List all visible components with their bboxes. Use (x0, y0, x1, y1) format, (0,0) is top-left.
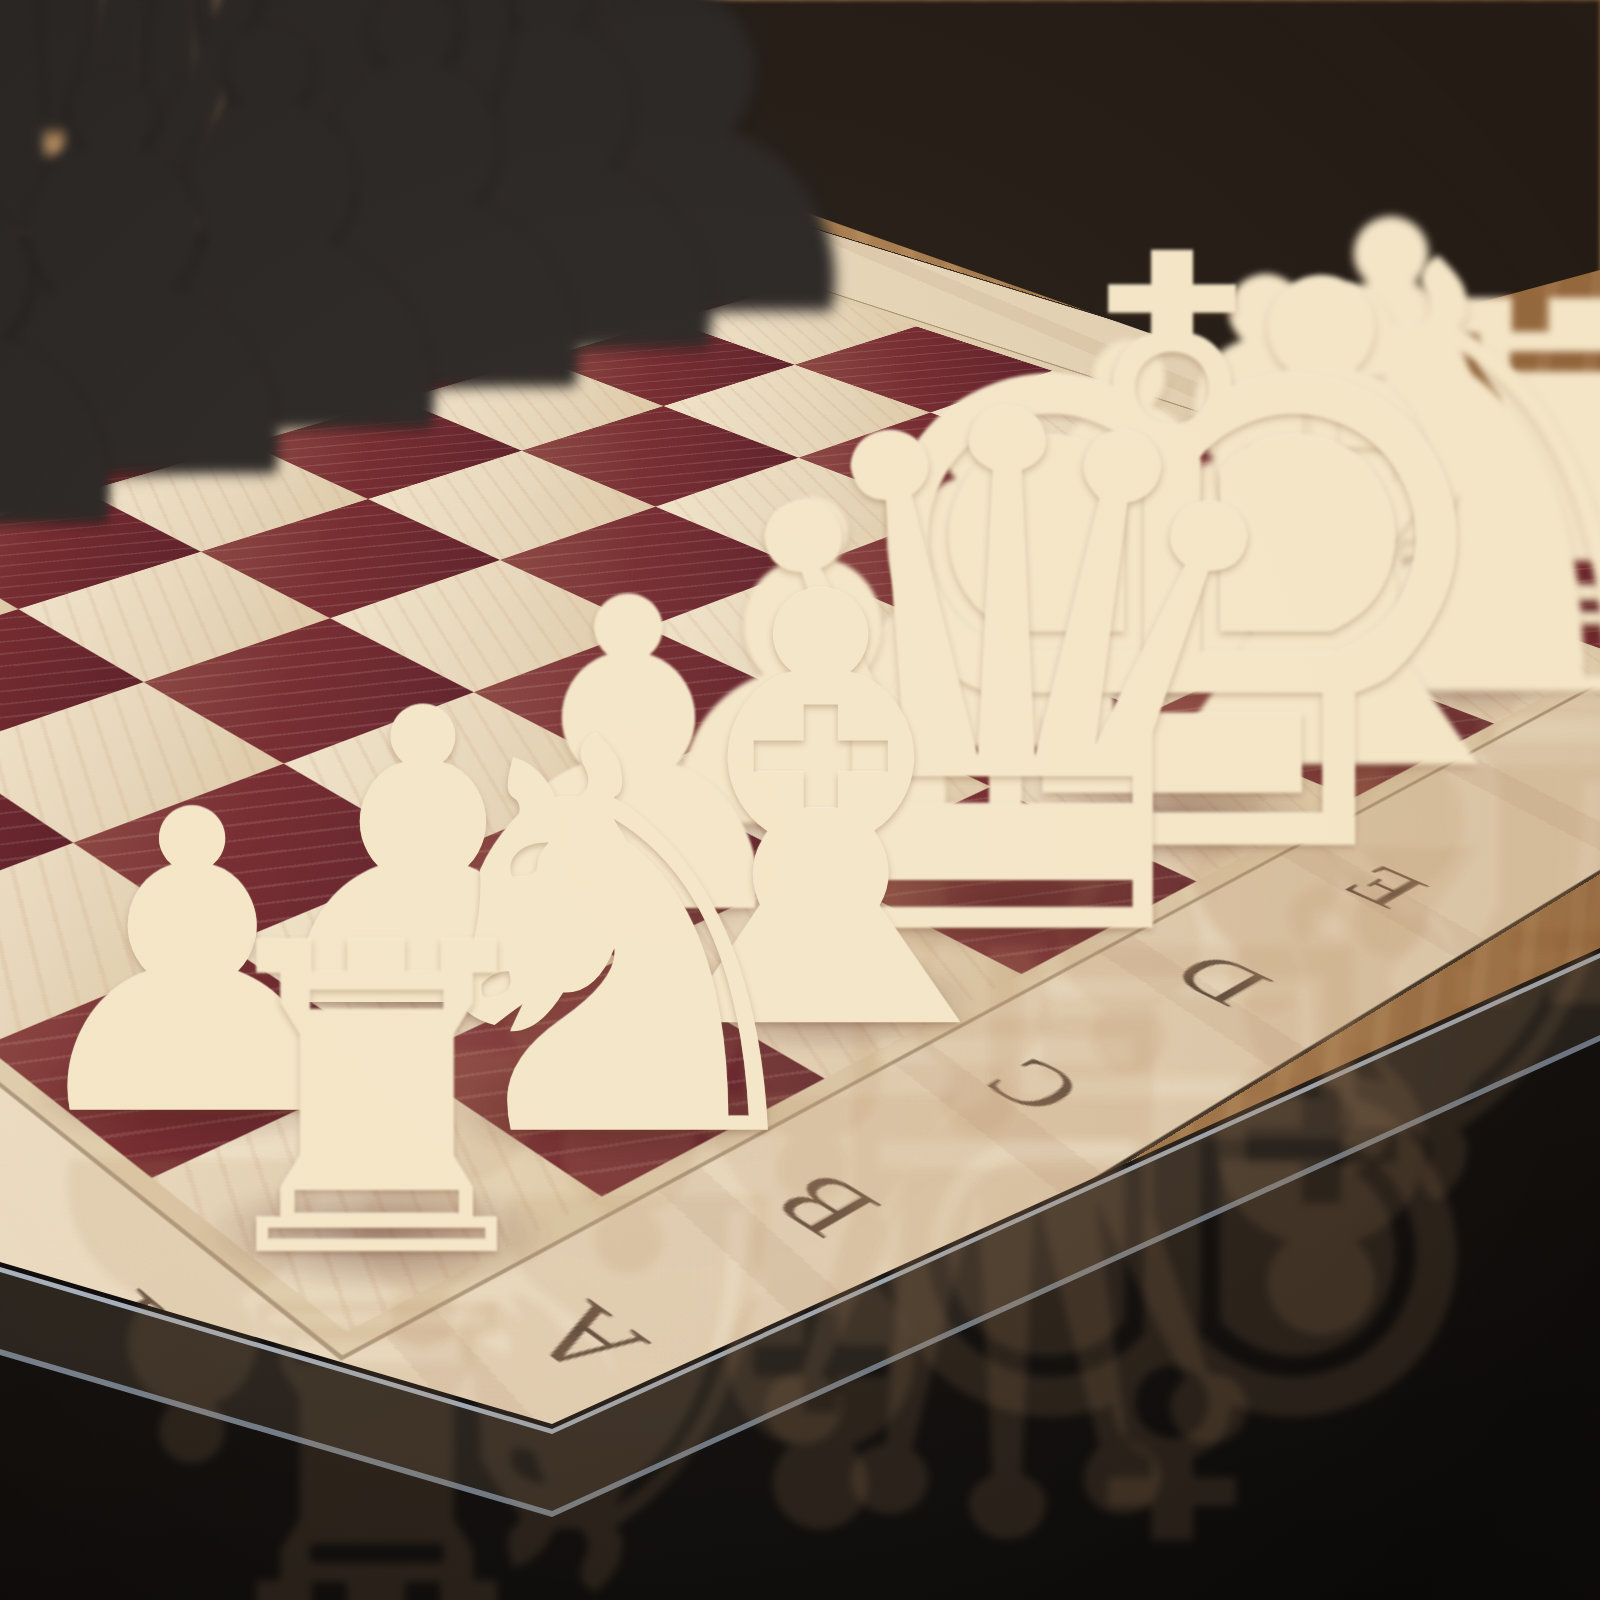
scene: ABCDE 21 (0, 0, 1600, 1600)
file-label: A (495, 1285, 674, 1397)
rank-label: 2 (0, 1126, 13, 1208)
chess-board: ABCDE 21 (0, 157, 1600, 1600)
file-label: C (960, 1044, 1109, 1127)
file-label: D (1148, 942, 1292, 1018)
rank-label: 1 (29, 1271, 194, 1367)
file-label: B (744, 1157, 905, 1252)
file-label: E (1322, 855, 1447, 919)
chess-set-photo: ABCDE 21 ♝♛♚♝♞♜♟♟♟♟♟♟♟♟♟♟♟♟♟♟♟♟♟♟♟♟♟♟♜♜♞… (0, 0, 1600, 1600)
